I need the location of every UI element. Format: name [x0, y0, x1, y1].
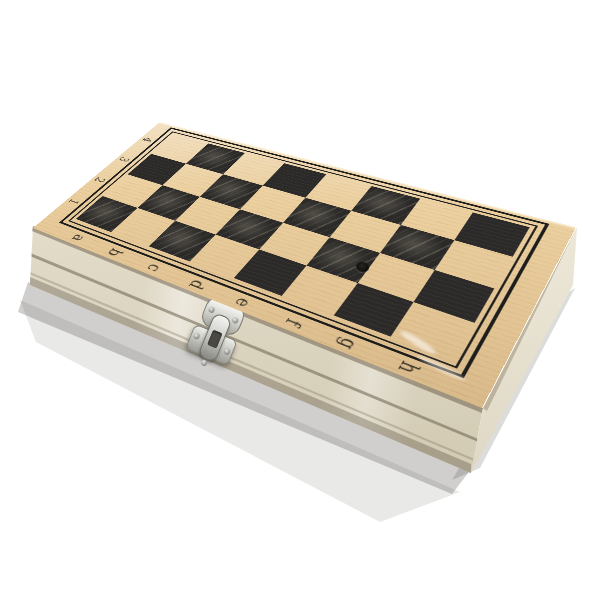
file-label-e: e: [220, 284, 267, 323]
file-label-d: d: [174, 267, 220, 304]
product-photo: abcdefgh44332211: [0, 0, 600, 600]
file-label-h: h: [384, 344, 434, 393]
file-label-f: f: [270, 302, 318, 344]
clasp-screw: [200, 359, 208, 367]
file-label-g: g: [324, 322, 373, 367]
